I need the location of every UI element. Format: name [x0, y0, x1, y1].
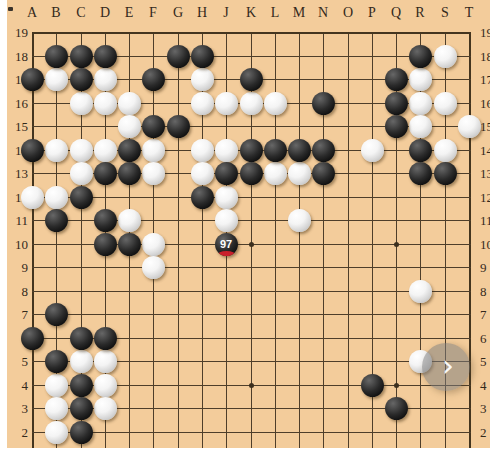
- stone-white: [45, 421, 68, 444]
- stone-black: [288, 139, 311, 162]
- stone-black: [94, 233, 117, 256]
- stone-white: [215, 186, 238, 209]
- grid-line: [32, 314, 471, 315]
- stone-white: [264, 92, 287, 115]
- stone-black: [215, 162, 238, 185]
- row-label-left: 2: [6, 426, 28, 439]
- stone-white: [94, 350, 117, 373]
- stone-black: [70, 397, 93, 420]
- stone-white: [21, 186, 44, 209]
- move-number: 97: [215, 233, 238, 256]
- stone-black: [385, 68, 408, 91]
- stone-white: [288, 209, 311, 232]
- stone-white: [70, 139, 93, 162]
- stone-black: [94, 162, 117, 185]
- chevron-right-icon: ›: [442, 351, 454, 381]
- stone-black: [70, 45, 93, 68]
- stone-white: [191, 162, 214, 185]
- stone-black: [312, 162, 335, 185]
- stone-white: [409, 68, 432, 91]
- stone-black: [94, 45, 117, 68]
- column-label: O: [343, 6, 353, 19]
- stone-white: [434, 92, 457, 115]
- stone-white: [142, 256, 165, 279]
- column-label: C: [76, 6, 85, 19]
- stone-white: [94, 139, 117, 162]
- column-label: L: [271, 6, 280, 19]
- stone-white: [288, 162, 311, 185]
- stone-black: [434, 162, 457, 185]
- stone-black: [94, 209, 117, 232]
- stone-white: [142, 162, 165, 185]
- row-label-left: 3: [6, 402, 28, 415]
- bottom-margin: [0, 448, 495, 452]
- stone-white: [409, 280, 432, 303]
- stone-white: [70, 92, 93, 115]
- stone-black: [21, 327, 44, 350]
- stone-white: [45, 139, 68, 162]
- grid-line: [178, 32, 179, 452]
- column-label: K: [246, 6, 256, 19]
- stone-black: [312, 92, 335, 115]
- star-point: [394, 242, 399, 247]
- stone-white: [94, 374, 117, 397]
- stone-black: [361, 374, 384, 397]
- column-label: N: [318, 6, 328, 19]
- stone-white: [45, 186, 68, 209]
- next-move-button[interactable]: ›: [422, 343, 470, 391]
- row-label-left: 16: [6, 97, 28, 110]
- stone-black: [409, 162, 432, 185]
- stone-white: [191, 92, 214, 115]
- column-label: R: [415, 6, 424, 19]
- stone-white: [215, 139, 238, 162]
- stone-black: [45, 303, 68, 326]
- stone-white: [240, 92, 263, 115]
- row-label-left: 19: [6, 26, 28, 39]
- stone-white: [142, 139, 165, 162]
- stone-white: [142, 233, 165, 256]
- row-label-left: 7: [6, 308, 28, 321]
- stone-white: [191, 68, 214, 91]
- stone-white: [118, 115, 141, 138]
- row-label-left: 5: [6, 355, 28, 368]
- stone-black: [167, 45, 190, 68]
- stone-white: [94, 92, 117, 115]
- stone-white: [215, 92, 238, 115]
- stone-white: [409, 92, 432, 115]
- stone-black: [21, 139, 44, 162]
- stone-black: [385, 397, 408, 420]
- stone-black: [191, 45, 214, 68]
- stone-white: [45, 374, 68, 397]
- stone-white: [264, 162, 287, 185]
- column-label: B: [51, 6, 60, 19]
- row-label-left: 18: [6, 50, 28, 63]
- stone-white: [118, 92, 141, 115]
- stone-black: [118, 233, 141, 256]
- row-label-left: 15: [6, 120, 28, 133]
- column-label: Q: [391, 6, 401, 19]
- stone-black: [312, 139, 335, 162]
- stone-black: [45, 209, 68, 232]
- right-margin: [490, 0, 495, 452]
- row-label-left: 13: [6, 167, 28, 180]
- stone-black: [118, 162, 141, 185]
- row-label-left: 11: [6, 214, 28, 227]
- grid-line: [32, 432, 471, 433]
- stone-black: [409, 45, 432, 68]
- stone-black: [142, 68, 165, 91]
- stone-black: [409, 139, 432, 162]
- left-margin: [0, 0, 7, 452]
- go-app-screen: ABCDEFGHJKLMNOPQRST191918181717161615151…: [0, 0, 495, 452]
- stone-white: [118, 209, 141, 232]
- grid-line: [32, 291, 471, 292]
- stone-black: [45, 45, 68, 68]
- stone-white: [409, 115, 432, 138]
- stone-black: [118, 139, 141, 162]
- stone-black: [21, 68, 44, 91]
- stone-black: [191, 186, 214, 209]
- row-label-left: 10: [6, 238, 28, 251]
- stone-black: [385, 92, 408, 115]
- stone-black: [240, 139, 263, 162]
- column-label: D: [100, 6, 110, 19]
- stone-black: [45, 350, 68, 373]
- row-label-left: 4: [6, 379, 28, 392]
- star-point: [394, 383, 399, 388]
- stone-white: [434, 139, 457, 162]
- stone-black: [142, 115, 165, 138]
- stone-black: [70, 68, 93, 91]
- grid-line: [32, 197, 471, 198]
- row-label-left: 8: [6, 285, 28, 298]
- column-label: M: [293, 6, 305, 19]
- stone-white: [45, 68, 68, 91]
- grid-line: [348, 32, 349, 452]
- column-label: A: [27, 6, 37, 19]
- star-point: [249, 242, 254, 247]
- column-label: H: [197, 6, 207, 19]
- stone-black: [240, 162, 263, 185]
- column-label: P: [368, 6, 376, 19]
- grid-line: [299, 32, 300, 452]
- stone-black: [70, 421, 93, 444]
- stone-black: [264, 139, 287, 162]
- stone-white: [94, 397, 117, 420]
- column-label: S: [441, 6, 449, 19]
- column-label: G: [173, 6, 183, 19]
- stone-black: [70, 327, 93, 350]
- column-label: J: [223, 6, 228, 19]
- stone-last-move: 97: [215, 233, 238, 256]
- grid-line: [469, 32, 471, 452]
- grid-line: [32, 32, 471, 34]
- column-label: T: [465, 6, 474, 19]
- column-label: F: [149, 6, 157, 19]
- stone-white: [361, 139, 384, 162]
- stone-black: [240, 68, 263, 91]
- stone-black: [70, 186, 93, 209]
- grid-line: [32, 267, 471, 268]
- stone-black: [94, 327, 117, 350]
- stone-white: [45, 397, 68, 420]
- stone-white: [70, 350, 93, 373]
- grid-line: [32, 32, 34, 452]
- stone-white: [70, 162, 93, 185]
- stone-white: [458, 115, 481, 138]
- stone-white: [94, 68, 117, 91]
- row-label-left: 9: [6, 261, 28, 274]
- stone-black: [385, 115, 408, 138]
- stone-black: [167, 115, 190, 138]
- corner-speck: [8, 7, 13, 11]
- stone-white: [215, 209, 238, 232]
- stone-white: [434, 45, 457, 68]
- stone-black: [70, 374, 93, 397]
- star-point: [249, 383, 254, 388]
- column-label: E: [125, 6, 134, 19]
- stone-white: [191, 139, 214, 162]
